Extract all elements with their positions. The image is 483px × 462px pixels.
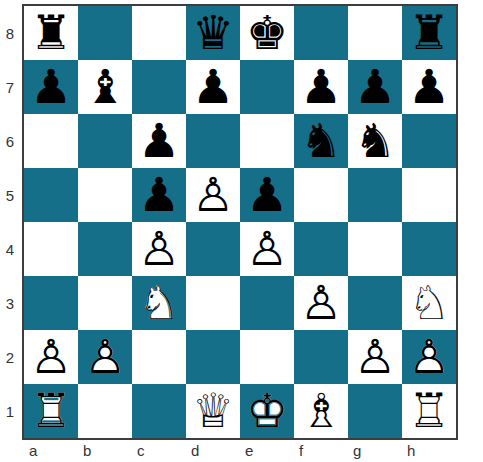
square-d4[interactable]	[186, 222, 240, 276]
piece-glyph-outline: ♗	[294, 384, 348, 438]
square-b3[interactable]	[78, 276, 132, 330]
black-pawn-piece[interactable]: ♟	[186, 60, 240, 114]
rank-label: 2	[0, 330, 20, 384]
square-f3[interactable]: ♟♙	[294, 276, 348, 330]
rank-label: 6	[0, 114, 20, 168]
piece-glyph: ♜	[24, 6, 78, 60]
square-b2[interactable]: ♟♙	[78, 330, 132, 384]
piece-glyph: ♟	[132, 114, 186, 168]
white-knight-piece[interactable]: ♞♘	[402, 276, 456, 330]
file-label: a	[24, 442, 78, 460]
square-c1[interactable]	[132, 384, 186, 438]
square-a2[interactable]: ♟♙	[24, 330, 78, 384]
square-h8[interactable]: ♜	[402, 6, 456, 60]
white-pawn-piece[interactable]: ♟♙	[186, 168, 240, 222]
piece-glyph-outline: ♙	[240, 222, 294, 276]
piece-glyph-outline: ♙	[24, 330, 78, 384]
square-f6[interactable]: ♞	[294, 114, 348, 168]
piece-glyph-outline: ♔	[240, 384, 294, 438]
square-f1[interactable]: ♝♗	[294, 384, 348, 438]
piece-glyph-outline: ♘	[132, 276, 186, 330]
board-grid: ♜♛♚♜♟♝♟♟♟♟♟♞♞♟♟♙♟♟♙♟♙♞♘♟♙♞♘♟♙♟♙♟♙♟♙♜♖♛♕♚…	[24, 6, 456, 438]
black-knight-piece[interactable]: ♞	[348, 114, 402, 168]
piece-glyph: ♟	[240, 168, 294, 222]
white-pawn-piece[interactable]: ♟♙	[78, 330, 132, 384]
file-label: e	[240, 442, 294, 460]
square-e8[interactable]: ♚	[240, 6, 294, 60]
square-g6[interactable]: ♞	[348, 114, 402, 168]
white-pawn-piece[interactable]: ♟♙	[402, 330, 456, 384]
black-queen-piece[interactable]: ♛	[186, 6, 240, 60]
square-d7[interactable]: ♟	[186, 60, 240, 114]
file-labels: abcdefgh	[24, 442, 456, 460]
square-c4[interactable]: ♟♙	[132, 222, 186, 276]
black-king-piece[interactable]: ♚	[240, 6, 294, 60]
black-knight-piece[interactable]: ♞	[294, 114, 348, 168]
rank-label: 7	[0, 60, 20, 114]
square-b7[interactable]: ♝	[78, 60, 132, 114]
square-f2[interactable]	[294, 330, 348, 384]
square-d1[interactable]: ♛♕	[186, 384, 240, 438]
file-label: d	[186, 442, 240, 460]
square-a4[interactable]	[24, 222, 78, 276]
white-pawn-piece[interactable]: ♟♙	[240, 222, 294, 276]
piece-glyph-outline: ♙	[402, 330, 456, 384]
black-pawn-piece[interactable]: ♟	[348, 60, 402, 114]
square-h3[interactable]: ♞♘	[402, 276, 456, 330]
square-d6[interactable]	[186, 114, 240, 168]
square-f8[interactable]	[294, 6, 348, 60]
square-c8[interactable]	[132, 6, 186, 60]
square-c2[interactable]	[132, 330, 186, 384]
piece-glyph-outline: ♖	[402, 384, 456, 438]
square-g4[interactable]	[348, 222, 402, 276]
square-a8[interactable]: ♜	[24, 6, 78, 60]
square-g7[interactable]: ♟	[348, 60, 402, 114]
white-pawn-piece[interactable]: ♟♙	[294, 276, 348, 330]
square-g5[interactable]	[348, 168, 402, 222]
piece-glyph-outline: ♙	[78, 330, 132, 384]
chess-diagram: 87654321 ♜♛♚♜♟♝♟♟♟♟♟♞♞♟♟♙♟♟♙♟♙♞♘♟♙♞♘♟♙♟♙…	[0, 0, 483, 462]
rank-label: 3	[0, 276, 20, 330]
black-rook-piece[interactable]: ♜	[402, 6, 456, 60]
white-rook-piece[interactable]: ♜♖	[402, 384, 456, 438]
square-c7[interactable]	[132, 60, 186, 114]
piece-glyph: ♚	[240, 6, 294, 60]
file-label: b	[78, 442, 132, 460]
white-knight-piece[interactable]: ♞♘	[132, 276, 186, 330]
square-e4[interactable]: ♟♙	[240, 222, 294, 276]
square-d8[interactable]: ♛	[186, 6, 240, 60]
square-a6[interactable]	[24, 114, 78, 168]
piece-glyph: ♞	[348, 114, 402, 168]
square-h4[interactable]	[402, 222, 456, 276]
black-pawn-piece[interactable]: ♟	[132, 168, 186, 222]
chess-board: ♜♛♚♜♟♝♟♟♟♟♟♞♞♟♟♙♟♟♙♟♙♞♘♟♙♞♘♟♙♟♙♟♙♟♙♜♖♛♕♚…	[22, 4, 458, 440]
piece-glyph: ♝	[78, 60, 132, 114]
square-d5[interactable]: ♟♙	[186, 168, 240, 222]
square-g3[interactable]	[348, 276, 402, 330]
square-e2[interactable]	[240, 330, 294, 384]
piece-glyph: ♜	[402, 6, 456, 60]
piece-glyph-outline: ♘	[402, 276, 456, 330]
piece-glyph: ♟	[348, 60, 402, 114]
square-e5[interactable]: ♟	[240, 168, 294, 222]
file-label: f	[294, 442, 348, 460]
square-h5[interactable]	[402, 168, 456, 222]
white-pawn-piece[interactable]: ♟♙	[132, 222, 186, 276]
square-d2[interactable]	[186, 330, 240, 384]
square-b1[interactable]	[78, 384, 132, 438]
file-label: c	[132, 442, 186, 460]
square-c3[interactable]: ♞♘	[132, 276, 186, 330]
square-a3[interactable]	[24, 276, 78, 330]
piece-glyph: ♟	[402, 60, 456, 114]
piece-glyph-outline: ♕	[186, 384, 240, 438]
piece-glyph-outline: ♙	[348, 330, 402, 384]
square-e6[interactable]	[240, 114, 294, 168]
square-e7[interactable]	[240, 60, 294, 114]
white-king-piece[interactable]: ♚♔	[240, 384, 294, 438]
piece-glyph: ♟	[294, 60, 348, 114]
square-g1[interactable]	[348, 384, 402, 438]
black-pawn-piece[interactable]: ♟	[402, 60, 456, 114]
piece-glyph-outline: ♖	[24, 384, 78, 438]
square-e3[interactable]	[240, 276, 294, 330]
square-f7[interactable]: ♟	[294, 60, 348, 114]
square-g2[interactable]: ♟♙	[348, 330, 402, 384]
piece-glyph-outline: ♙	[294, 276, 348, 330]
piece-glyph: ♟	[186, 60, 240, 114]
square-a5[interactable]	[24, 168, 78, 222]
black-pawn-piece[interactable]: ♟	[24, 60, 78, 114]
rank-labels: 87654321	[0, 6, 20, 438]
black-bishop-piece[interactable]: ♝	[78, 60, 132, 114]
white-queen-piece[interactable]: ♛♕	[186, 384, 240, 438]
white-pawn-piece[interactable]: ♟♙	[24, 330, 78, 384]
square-b4[interactable]	[78, 222, 132, 276]
square-h2[interactable]: ♟♙	[402, 330, 456, 384]
piece-glyph: ♟	[24, 60, 78, 114]
square-d3[interactable]	[186, 276, 240, 330]
piece-glyph-outline: ♙	[132, 222, 186, 276]
file-label: h	[402, 442, 456, 460]
piece-glyph: ♟	[132, 168, 186, 222]
piece-glyph-outline: ♙	[186, 168, 240, 222]
piece-glyph: ♛	[186, 6, 240, 60]
black-pawn-piece[interactable]: ♟	[294, 60, 348, 114]
square-c6[interactable]: ♟	[132, 114, 186, 168]
rank-label: 5	[0, 168, 20, 222]
square-h7[interactable]: ♟	[402, 60, 456, 114]
square-f5[interactable]	[294, 168, 348, 222]
rank-label: 4	[0, 222, 20, 276]
square-a7[interactable]: ♟	[24, 60, 78, 114]
white-bishop-piece[interactable]: ♝♗	[294, 384, 348, 438]
black-pawn-piece[interactable]: ♟	[240, 168, 294, 222]
rank-label: 1	[0, 384, 20, 438]
file-label: g	[348, 442, 402, 460]
white-pawn-piece[interactable]: ♟♙	[348, 330, 402, 384]
square-b6[interactable]	[78, 114, 132, 168]
square-h1[interactable]: ♜♖	[402, 384, 456, 438]
piece-glyph: ♞	[294, 114, 348, 168]
square-a1[interactable]: ♜♖	[24, 384, 78, 438]
square-g8[interactable]	[348, 6, 402, 60]
square-b8[interactable]	[78, 6, 132, 60]
black-rook-piece[interactable]: ♜	[24, 6, 78, 60]
square-e1[interactable]: ♚♔	[240, 384, 294, 438]
white-rook-piece[interactable]: ♜♖	[24, 384, 78, 438]
rank-label: 8	[0, 6, 20, 60]
square-h6[interactable]	[402, 114, 456, 168]
square-f4[interactable]	[294, 222, 348, 276]
square-b5[interactable]	[78, 168, 132, 222]
black-pawn-piece[interactable]: ♟	[132, 114, 186, 168]
square-c5[interactable]: ♟	[132, 168, 186, 222]
